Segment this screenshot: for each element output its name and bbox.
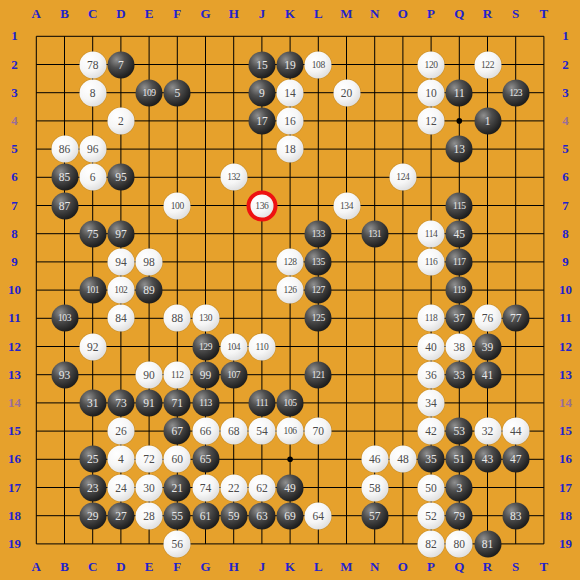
- stone-white-52[interactable]: 52: [418, 502, 445, 529]
- stone-white-94[interactable]: 94: [107, 248, 134, 275]
- stone-white-58[interactable]: 58: [361, 474, 388, 501]
- stone-white-38[interactable]: 38: [446, 333, 473, 360]
- column-label-bottom-O: O: [398, 559, 408, 575]
- stone-black-125[interactable]: 125: [305, 305, 332, 332]
- stone-white-64[interactable]: 64: [305, 502, 332, 529]
- stone-white-100[interactable]: 100: [164, 192, 191, 219]
- stone-black-95[interactable]: 95: [107, 164, 134, 191]
- stone-white-36[interactable]: 36: [418, 361, 445, 388]
- stone-black-75[interactable]: 75: [79, 220, 106, 247]
- column-label-top-D: D: [116, 6, 125, 22]
- stone-black-129[interactable]: 129: [192, 333, 219, 360]
- stone-black-131[interactable]: 131: [361, 220, 388, 247]
- stone-white-14[interactable]: 14: [277, 79, 304, 106]
- stone-black-89[interactable]: 89: [136, 277, 163, 304]
- stone-black-57[interactable]: 57: [361, 502, 388, 529]
- stone-black-135[interactable]: 135: [305, 248, 332, 275]
- row-label-left-11: 11: [8, 310, 20, 326]
- stone-black-41[interactable]: 41: [474, 361, 501, 388]
- row-label-left-4: 4: [11, 113, 18, 129]
- column-label-bottom-B: B: [60, 559, 69, 575]
- stone-white-124[interactable]: 124: [389, 164, 416, 191]
- column-label-top-S: S: [512, 6, 519, 22]
- stone-black-19[interactable]: 19: [277, 51, 304, 78]
- row-label-right-4: 4: [562, 113, 569, 129]
- row-label-right-1: 1: [562, 28, 569, 44]
- stone-white-6[interactable]: 6: [79, 164, 106, 191]
- stone-black-99[interactable]: 99: [192, 361, 219, 388]
- row-label-right-2: 2: [562, 57, 569, 73]
- stone-white-82[interactable]: 82: [418, 530, 445, 557]
- row-label-left-16: 16: [8, 451, 21, 467]
- stone-black-101[interactable]: 101: [79, 277, 106, 304]
- stone-black-113[interactable]: 113: [192, 389, 219, 416]
- row-label-left-2: 2: [11, 57, 18, 73]
- row-label-left-6: 6: [11, 169, 18, 185]
- column-label-top-K: K: [285, 6, 295, 22]
- stone-black-11[interactable]: 11: [446, 79, 473, 106]
- column-label-top-R: R: [483, 6, 492, 22]
- stone-white-116[interactable]: 116: [418, 248, 445, 275]
- row-label-left-17: 17: [8, 480, 21, 496]
- column-label-top-F: F: [173, 6, 181, 22]
- stone-black-47[interactable]: 47: [502, 446, 529, 473]
- stone-white-2[interactable]: 2: [107, 107, 134, 134]
- stone-white-108[interactable]: 108: [305, 51, 332, 78]
- row-label-right-16: 16: [559, 451, 572, 467]
- stone-white-90[interactable]: 90: [136, 361, 163, 388]
- column-label-top-H: H: [229, 6, 239, 22]
- column-label-top-A: A: [32, 6, 41, 22]
- row-label-left-12: 12: [8, 339, 21, 355]
- column-label-bottom-S: S: [512, 559, 519, 575]
- column-label-top-N: N: [370, 6, 379, 22]
- stone-white-114[interactable]: 114: [418, 220, 445, 247]
- stone-white-24[interactable]: 24: [107, 474, 134, 501]
- stone-white-54[interactable]: 54: [248, 418, 275, 445]
- column-label-top-G: G: [200, 6, 210, 22]
- stone-white-86[interactable]: 86: [51, 136, 78, 163]
- stone-black-71[interactable]: 71: [164, 389, 191, 416]
- row-label-left-15: 15: [8, 423, 21, 439]
- stone-black-9[interactable]: 9: [248, 79, 275, 106]
- stone-black-73[interactable]: 73: [107, 389, 134, 416]
- stone-black-37[interactable]: 37: [446, 305, 473, 332]
- stone-black-33[interactable]: 33: [446, 361, 473, 388]
- row-label-left-14: 14: [8, 395, 21, 411]
- stone-black-133[interactable]: 133: [305, 220, 332, 247]
- stone-black-1[interactable]: 1: [474, 107, 501, 134]
- stone-black-55[interactable]: 55: [164, 502, 191, 529]
- stone-black-45[interactable]: 45: [446, 220, 473, 247]
- stone-white-84[interactable]: 84: [107, 305, 134, 332]
- stone-black-79[interactable]: 79: [446, 502, 473, 529]
- stone-black-51[interactable]: 51: [446, 446, 473, 473]
- column-label-top-O: O: [398, 6, 408, 22]
- stone-black-65[interactable]: 65: [192, 446, 219, 473]
- stone-white-118[interactable]: 118: [418, 305, 445, 332]
- stone-black-15[interactable]: 15: [248, 51, 275, 78]
- stone-black-119[interactable]: 119: [446, 277, 473, 304]
- stone-white-106[interactable]: 106: [277, 418, 304, 445]
- stone-black-97[interactable]: 97: [107, 220, 134, 247]
- column-label-bottom-H: H: [229, 559, 239, 575]
- column-label-bottom-M: M: [340, 559, 352, 575]
- stone-white-10[interactable]: 10: [418, 79, 445, 106]
- column-label-bottom-E: E: [145, 559, 154, 575]
- stone-black-17[interactable]: 17: [248, 107, 275, 134]
- stone-white-46[interactable]: 46: [361, 446, 388, 473]
- stone-black-23[interactable]: 23: [79, 474, 106, 501]
- column-label-top-J: J: [259, 6, 266, 22]
- column-label-top-B: B: [60, 6, 69, 22]
- stone-white-70[interactable]: 70: [305, 418, 332, 445]
- stone-white-32[interactable]: 32: [474, 418, 501, 445]
- stone-white-26[interactable]: 26: [107, 418, 134, 445]
- stone-white-40[interactable]: 40: [418, 333, 445, 360]
- column-label-bottom-L: L: [314, 559, 323, 575]
- stone-white-28[interactable]: 28: [136, 502, 163, 529]
- row-label-right-9: 9: [562, 254, 569, 270]
- stone-white-134[interactable]: 134: [333, 192, 360, 219]
- row-label-right-18: 18: [559, 508, 572, 524]
- row-label-left-13: 13: [8, 367, 21, 383]
- stone-black-67[interactable]: 67: [164, 418, 191, 445]
- stone-black-31[interactable]: 31: [79, 389, 106, 416]
- stone-white-68[interactable]: 68: [220, 418, 247, 445]
- stone-white-102[interactable]: 102: [107, 277, 134, 304]
- row-label-right-7: 7: [562, 198, 569, 214]
- column-label-bottom-C: C: [88, 559, 97, 575]
- stone-white-60[interactable]: 60: [164, 446, 191, 473]
- stone-white-66[interactable]: 66: [192, 418, 219, 445]
- stone-white-122[interactable]: 122: [474, 51, 501, 78]
- stone-white-88[interactable]: 88: [164, 305, 191, 332]
- column-label-top-C: C: [88, 6, 97, 22]
- row-label-right-14: 14: [559, 395, 572, 411]
- stone-black-87[interactable]: 87: [51, 192, 78, 219]
- row-label-left-3: 3: [11, 85, 18, 101]
- stone-white-110[interactable]: 110: [248, 333, 275, 360]
- stone-black-123[interactable]: 123: [502, 79, 529, 106]
- row-label-left-8: 8: [11, 226, 18, 242]
- row-label-right-8: 8: [562, 226, 569, 242]
- stone-black-85[interactable]: 85: [51, 164, 78, 191]
- stone-black-3[interactable]: 3: [446, 474, 473, 501]
- stone-black-69[interactable]: 69: [277, 502, 304, 529]
- row-label-right-6: 6: [562, 169, 569, 185]
- column-label-top-Q: Q: [454, 6, 464, 22]
- row-label-right-11: 11: [559, 310, 571, 326]
- stone-white-16[interactable]: 16: [277, 107, 304, 134]
- row-label-left-19: 19: [8, 536, 21, 552]
- stone-white-48[interactable]: 48: [389, 446, 416, 473]
- stone-white-136[interactable]: 136: [248, 192, 275, 219]
- stone-white-74[interactable]: 74: [192, 474, 219, 501]
- stone-white-72[interactable]: 72: [136, 446, 163, 473]
- stone-black-29[interactable]: 29: [79, 502, 106, 529]
- column-label-bottom-N: N: [370, 559, 379, 575]
- stone-white-50[interactable]: 50: [418, 474, 445, 501]
- column-label-bottom-J: J: [259, 559, 266, 575]
- stone-black-91[interactable]: 91: [136, 389, 163, 416]
- row-label-right-3: 3: [562, 85, 569, 101]
- stone-black-77[interactable]: 77: [502, 305, 529, 332]
- stone-black-59[interactable]: 59: [220, 502, 247, 529]
- column-label-top-E: E: [145, 6, 154, 22]
- stone-black-105[interactable]: 105: [277, 389, 304, 416]
- stone-black-21[interactable]: 21: [164, 474, 191, 501]
- stone-black-49[interactable]: 49: [277, 474, 304, 501]
- stone-black-53[interactable]: 53: [446, 418, 473, 445]
- stone-white-42[interactable]: 42: [418, 418, 445, 445]
- row-label-left-10: 10: [8, 282, 21, 298]
- column-label-bottom-R: R: [483, 559, 492, 575]
- stone-black-35[interactable]: 35: [418, 446, 445, 473]
- column-label-bottom-F: F: [173, 559, 181, 575]
- stone-white-22[interactable]: 22: [220, 474, 247, 501]
- stone-black-63[interactable]: 63: [248, 502, 275, 529]
- stone-black-111[interactable]: 111: [248, 389, 275, 416]
- stone-white-130[interactable]: 130: [192, 305, 219, 332]
- row-label-left-5: 5: [11, 141, 18, 157]
- stone-white-112[interactable]: 112: [164, 361, 191, 388]
- column-label-bottom-G: G: [200, 559, 210, 575]
- row-label-left-1: 1: [11, 28, 18, 44]
- stone-white-76[interactable]: 76: [474, 305, 501, 332]
- stone-white-96[interactable]: 96: [79, 136, 106, 163]
- stone-black-39[interactable]: 39: [474, 333, 501, 360]
- stone-black-103[interactable]: 103: [51, 305, 78, 332]
- column-label-top-L: L: [314, 6, 323, 22]
- stone-white-4[interactable]: 4: [107, 446, 134, 473]
- stone-white-62[interactable]: 62: [248, 474, 275, 501]
- column-label-top-M: M: [340, 6, 352, 22]
- stone-white-8[interactable]: 8: [79, 79, 106, 106]
- stone-white-98[interactable]: 98: [136, 248, 163, 275]
- stone-black-121[interactable]: 121: [305, 361, 332, 388]
- column-label-bottom-P: P: [427, 559, 435, 575]
- stone-white-56[interactable]: 56: [164, 530, 191, 557]
- row-label-right-5: 5: [562, 141, 569, 157]
- stone-white-92[interactable]: 92: [79, 333, 106, 360]
- go-board[interactable]: AABBCCDDEEFFGGHHJJKKLLMMNNOOPPQQRRSSTT11…: [0, 0, 580, 580]
- stone-white-132[interactable]: 132: [220, 164, 247, 191]
- column-label-top-P: P: [427, 6, 435, 22]
- stone-white-128[interactable]: 128: [277, 248, 304, 275]
- stone-black-61[interactable]: 61: [192, 502, 219, 529]
- row-label-left-7: 7: [11, 198, 18, 214]
- stone-white-30[interactable]: 30: [136, 474, 163, 501]
- stone-black-93[interactable]: 93: [51, 361, 78, 388]
- row-label-left-9: 9: [11, 254, 18, 270]
- stone-black-27[interactable]: 27: [107, 502, 134, 529]
- stone-white-18[interactable]: 18: [277, 136, 304, 163]
- stone-black-109[interactable]: 109: [136, 79, 163, 106]
- stone-black-107[interactable]: 107: [220, 361, 247, 388]
- stone-black-115[interactable]: 115: [446, 192, 473, 219]
- row-label-right-19: 19: [559, 536, 572, 552]
- row-label-right-15: 15: [559, 423, 572, 439]
- stone-black-13[interactable]: 13: [446, 136, 473, 163]
- star-point: [287, 457, 293, 463]
- star-point: [457, 118, 463, 124]
- column-label-bottom-D: D: [116, 559, 125, 575]
- stone-white-44[interactable]: 44: [502, 418, 529, 445]
- stone-white-34[interactable]: 34: [418, 389, 445, 416]
- stone-white-126[interactable]: 126: [277, 277, 304, 304]
- column-label-bottom-K: K: [285, 559, 295, 575]
- row-label-right-13: 13: [559, 367, 572, 383]
- stone-white-104[interactable]: 104: [220, 333, 247, 360]
- stone-white-20[interactable]: 20: [333, 79, 360, 106]
- stone-white-80[interactable]: 80: [446, 530, 473, 557]
- stone-black-43[interactable]: 43: [474, 446, 501, 473]
- stone-black-7[interactable]: 7: [107, 51, 134, 78]
- column-label-top-T: T: [540, 6, 549, 22]
- column-label-bottom-Q: Q: [454, 559, 464, 575]
- stone-white-12[interactable]: 12: [418, 107, 445, 134]
- stone-black-81[interactable]: 81: [474, 530, 501, 557]
- stone-white-120[interactable]: 120: [418, 51, 445, 78]
- stone-black-5[interactable]: 5: [164, 79, 191, 106]
- stone-black-127[interactable]: 127: [305, 277, 332, 304]
- stone-black-117[interactable]: 117: [446, 248, 473, 275]
- row-label-right-10: 10: [559, 282, 572, 298]
- column-label-bottom-A: A: [32, 559, 41, 575]
- stone-black-83[interactable]: 83: [502, 502, 529, 529]
- row-label-right-17: 17: [559, 480, 572, 496]
- stone-white-78[interactable]: 78: [79, 51, 106, 78]
- row-label-left-18: 18: [8, 508, 21, 524]
- column-label-bottom-T: T: [540, 559, 549, 575]
- stone-black-25[interactable]: 25: [79, 446, 106, 473]
- row-label-right-12: 12: [559, 339, 572, 355]
